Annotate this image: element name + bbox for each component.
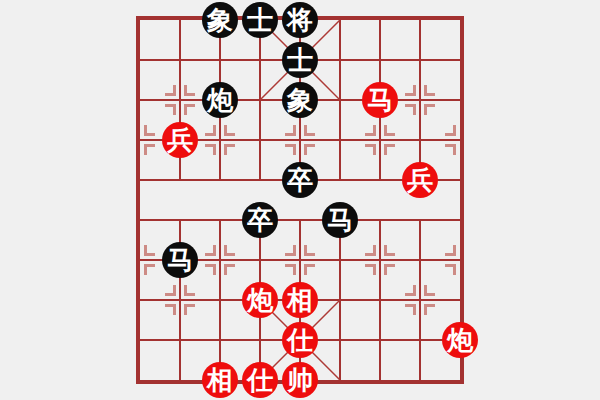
piece-red-cannon[interactable]: 炮 <box>442 322 478 358</box>
grid-line-vertical <box>259 20 261 180</box>
point-marker <box>285 245 296 256</box>
point-marker <box>144 245 155 256</box>
point-marker <box>184 85 195 96</box>
point-marker <box>405 304 416 315</box>
piece-black-advisor[interactable]: 士 <box>282 42 318 78</box>
point-marker <box>365 144 376 155</box>
point-marker <box>445 144 456 155</box>
point-marker <box>384 264 395 275</box>
xiangqi-board[interactable]: 象士将士炮象马兵卒兵卒马马炮相仕炮相仕帅 <box>136 16 464 384</box>
piece-red-cannon[interactable]: 炮 <box>242 282 278 318</box>
point-marker <box>384 144 395 155</box>
point-marker <box>365 125 376 136</box>
point-marker <box>144 125 155 136</box>
piece-black-elephant[interactable]: 象 <box>202 2 238 38</box>
piece-red-advisor[interactable]: 仕 <box>282 322 318 358</box>
point-marker <box>304 125 315 136</box>
point-marker <box>205 245 216 256</box>
point-marker <box>304 245 315 256</box>
point-marker <box>205 264 216 275</box>
piece-red-elephant[interactable]: 相 <box>202 362 238 398</box>
grid-line-vertical <box>219 220 221 380</box>
point-marker <box>445 264 456 275</box>
piece-black-horse[interactable]: 马 <box>322 202 358 238</box>
point-marker <box>365 245 376 256</box>
piece-black-advisor[interactable]: 士 <box>242 2 278 38</box>
grid-line-vertical <box>419 220 421 380</box>
point-marker <box>365 264 376 275</box>
piece-black-elephant[interactable]: 象 <box>282 82 318 118</box>
point-marker <box>165 304 176 315</box>
point-marker <box>285 125 296 136</box>
grid-line-vertical <box>339 20 341 180</box>
point-marker <box>285 144 296 155</box>
point-marker <box>384 125 395 136</box>
piece-black-soldier[interactable]: 卒 <box>242 202 278 238</box>
piece-red-soldier[interactable]: 兵 <box>402 162 438 198</box>
point-marker <box>184 304 195 315</box>
point-marker <box>165 285 176 296</box>
point-marker <box>205 125 216 136</box>
point-marker <box>424 104 435 115</box>
piece-red-soldier[interactable]: 兵 <box>162 122 198 158</box>
point-marker <box>165 104 176 115</box>
piece-red-horse[interactable]: 马 <box>362 82 398 118</box>
piece-black-general[interactable]: 将 <box>282 2 318 38</box>
point-marker <box>405 104 416 115</box>
piece-red-elephant[interactable]: 相 <box>282 282 318 318</box>
piece-red-advisor[interactable]: 仕 <box>242 362 278 398</box>
point-marker <box>224 125 235 136</box>
piece-black-cannon[interactable]: 炮 <box>202 82 238 118</box>
point-marker <box>144 144 155 155</box>
point-marker <box>445 245 456 256</box>
point-marker <box>205 144 216 155</box>
point-marker <box>224 144 235 155</box>
point-marker <box>224 264 235 275</box>
point-marker <box>304 144 315 155</box>
point-marker <box>165 85 176 96</box>
point-marker <box>184 104 195 115</box>
point-marker <box>424 304 435 315</box>
grid-line-vertical <box>419 20 421 180</box>
piece-black-soldier[interactable]: 卒 <box>282 162 318 198</box>
point-marker <box>405 285 416 296</box>
point-marker <box>285 264 296 275</box>
grid-line-vertical <box>379 220 381 380</box>
grid-line-vertical <box>339 220 341 380</box>
point-marker <box>445 125 456 136</box>
point-marker <box>405 85 416 96</box>
point-marker <box>424 285 435 296</box>
point-marker <box>224 245 235 256</box>
point-marker <box>304 264 315 275</box>
piece-red-general[interactable]: 帅 <box>282 362 318 398</box>
point-marker <box>144 264 155 275</box>
screenshot-background: 象士将士炮象马兵卒兵卒马马炮相仕炮相仕帅 <box>0 0 600 400</box>
piece-black-horse[interactable]: 马 <box>162 242 198 278</box>
point-marker <box>384 245 395 256</box>
point-marker <box>424 85 435 96</box>
point-marker <box>184 285 195 296</box>
